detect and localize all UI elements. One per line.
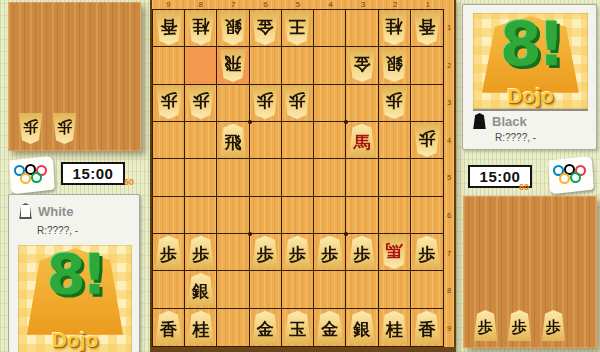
square-61[interactable]: 金: [250, 10, 282, 47]
piece-glyph: 銀: [225, 18, 242, 35]
file-label-3: 3: [347, 0, 379, 9]
logo-name: Dojo: [18, 328, 132, 352]
piece-glyph: 歩: [478, 320, 493, 335]
square-88[interactable]: 銀: [185, 271, 217, 308]
square-76[interactable]: [217, 197, 249, 234]
white-hand-pieces: 歩歩: [18, 113, 77, 144]
square-49[interactable]: 金: [314, 309, 346, 346]
piece-glyph: 歩: [192, 246, 209, 263]
square-31[interactable]: [346, 10, 378, 47]
rank-labels: 123456789: [444, 9, 454, 347]
rank-label-5: 5: [444, 159, 454, 197]
black-player-rating: R:????, -: [495, 132, 536, 143]
logo-number: 8!: [473, 13, 588, 79]
white-player-card: White R:????, - 8! Dojo: [8, 194, 140, 352]
white-clock-time: 15:00: [73, 165, 114, 182]
black-clock-time: 15:00: [480, 168, 521, 185]
piece-glyph: 歩: [257, 246, 274, 263]
file-label-6: 6: [249, 0, 281, 9]
square-39[interactable]: 銀: [346, 309, 378, 346]
square-18[interactable]: [411, 271, 443, 308]
shogi-board: 987654321 香桂銀金王桂香飛金銀歩歩歩歩歩飛馬歩歩歩歩歩歩歩馬歩銀香桂金…: [150, 0, 456, 352]
piece-glyph: 歩: [512, 320, 527, 335]
olympic-rings-icon: [10, 158, 54, 192]
piece-glyph: 馬: [353, 134, 370, 151]
piece-飛[interactable]: 飛: [219, 49, 247, 82]
piece-銀[interactable]: 銀: [348, 311, 376, 344]
piece-glyph: 歩: [57, 119, 72, 134]
piece-glyph: 歩: [289, 246, 306, 263]
square-29[interactable]: 桂: [379, 309, 411, 346]
file-label-5: 5: [282, 0, 314, 9]
rank-label-4: 4: [444, 122, 454, 160]
piece-銀[interactable]: 銀: [219, 12, 247, 45]
square-21[interactable]: 桂: [379, 10, 411, 47]
black-byoyomi: 60: [519, 182, 529, 192]
piece-glyph: 金: [353, 55, 370, 72]
square-58[interactable]: [282, 271, 314, 308]
square-93[interactable]: 歩: [153, 85, 185, 122]
file-label-4: 4: [314, 0, 346, 9]
piece-glyph: 桂: [192, 321, 209, 338]
piece-glyph: 王: [289, 18, 306, 35]
square-14[interactable]: 歩: [411, 122, 443, 159]
square-64[interactable]: [250, 122, 282, 159]
piece-香[interactable]: 香: [413, 311, 441, 344]
piece-glyph: 飛: [225, 55, 242, 72]
square-36[interactable]: [346, 197, 378, 234]
rank-label-8: 8: [444, 272, 454, 310]
piece-glyph: 飛: [225, 134, 242, 151]
square-34[interactable]: 馬: [346, 122, 378, 159]
piece-glyph: 歩: [386, 92, 403, 109]
piece-金[interactable]: 金: [316, 311, 344, 344]
file-label-2: 2: [379, 0, 411, 9]
square-81[interactable]: 桂: [185, 10, 217, 47]
square-67[interactable]: 歩: [250, 234, 282, 271]
piece-歩[interactable]: 歩: [251, 236, 279, 269]
file-label-1: 1: [412, 0, 444, 9]
square-53[interactable]: 歩: [282, 85, 314, 122]
piece-飛[interactable]: 飛: [219, 124, 247, 157]
white-player-name: White: [38, 204, 73, 219]
piece-歩[interactable]: 歩: [52, 113, 77, 144]
piece-glyph: 歩: [353, 246, 370, 263]
white-player-rating: R:????, -: [37, 225, 78, 236]
square-82[interactable]: [185, 47, 217, 84]
olympic-ring-yellow: [559, 173, 570, 184]
square-94[interactable]: [153, 122, 185, 159]
piece-玉[interactable]: 玉: [283, 311, 311, 344]
piece-glyph: 玉: [289, 321, 306, 338]
piece-金[interactable]: 金: [251, 12, 279, 45]
square-23[interactable]: 歩: [379, 85, 411, 122]
square-48[interactable]: [314, 271, 346, 308]
rank-label-1: 1: [444, 9, 454, 47]
piece-glyph: 歩: [23, 119, 38, 134]
piece-glyph: 馬: [386, 242, 403, 259]
piece-歩[interactable]: 歩: [155, 236, 183, 269]
square-84[interactable]: [185, 122, 217, 159]
board-grid: 香桂銀金王桂香飛金銀歩歩歩歩歩飛馬歩歩歩歩歩歩歩馬歩銀香桂金玉金銀桂香: [152, 9, 444, 347]
square-65[interactable]: [250, 159, 282, 196]
square-28[interactable]: [379, 271, 411, 308]
black-captured-tray: 歩歩歩: [463, 196, 597, 348]
piece-glyph: 歩: [257, 92, 274, 109]
piece-glyph: 歩: [418, 130, 435, 147]
piece-glyph: 香: [418, 321, 435, 338]
piece-歩[interactable]: 歩: [155, 86, 183, 119]
piece-歩[interactable]: 歩: [283, 236, 311, 269]
square-71[interactable]: 銀: [217, 10, 249, 47]
piece-香[interactable]: 香: [155, 12, 183, 45]
square-27[interactable]: 馬: [379, 234, 411, 271]
square-24[interactable]: [379, 122, 411, 159]
piece-桂[interactable]: 桂: [380, 12, 408, 45]
piece-歩[interactable]: 歩: [283, 86, 311, 119]
file-label-7: 7: [217, 0, 249, 9]
piece-歩[interactable]: 歩: [187, 86, 215, 119]
white-captured-tray: 歩歩: [8, 2, 141, 151]
square-51[interactable]: 王: [282, 10, 314, 47]
piece-glyph: 歩: [546, 320, 561, 335]
square-59[interactable]: 玉: [282, 309, 314, 346]
piece-glyph: 香: [418, 18, 435, 35]
square-95[interactable]: [153, 159, 185, 196]
olympic-rings-icon: [549, 158, 593, 192]
square-75[interactable]: [217, 159, 249, 196]
square-52[interactable]: [282, 47, 314, 84]
piece-glyph: 香: [160, 321, 177, 338]
square-32[interactable]: 金: [346, 47, 378, 84]
piece-glyph: 桂: [192, 18, 209, 35]
piece-glyph: 歩: [418, 246, 435, 263]
square-42[interactable]: [314, 47, 346, 84]
square-15[interactable]: [411, 159, 443, 196]
piece-金[interactable]: 金: [348, 49, 376, 82]
piece-glyph: 桂: [386, 18, 403, 35]
piece-glyph: 桂: [386, 321, 403, 338]
piece-桂[interactable]: 桂: [187, 311, 215, 344]
piece-glyph: 銀: [386, 55, 403, 72]
square-63[interactable]: 歩: [250, 85, 282, 122]
piece-glyph: 歩: [321, 246, 338, 263]
black-player-name: Black: [492, 114, 527, 129]
square-35[interactable]: [346, 159, 378, 196]
square-22[interactable]: 銀: [379, 47, 411, 84]
piece-歩[interactable]: 歩: [348, 236, 376, 269]
square-91[interactable]: 香: [153, 10, 185, 47]
piece-glyph: 香: [160, 18, 177, 35]
square-92[interactable]: [153, 47, 185, 84]
piece-銀[interactable]: 銀: [187, 273, 215, 306]
square-98[interactable]: [153, 271, 185, 308]
square-38[interactable]: [346, 271, 378, 308]
white-piece-icon: [19, 203, 32, 219]
piece-glyph: 銀: [192, 283, 209, 300]
square-78[interactable]: [217, 271, 249, 308]
square-13[interactable]: [411, 85, 443, 122]
square-57[interactable]: 歩: [282, 234, 314, 271]
square-33[interactable]: [346, 85, 378, 122]
square-97[interactable]: 歩: [153, 234, 185, 271]
square-12[interactable]: [411, 47, 443, 84]
piece-銀[interactable]: 銀: [380, 49, 408, 82]
dojo-logo: 8! Dojo: [18, 245, 132, 352]
board-bottom-edge: [150, 347, 456, 352]
square-83[interactable]: 歩: [185, 85, 217, 122]
square-25[interactable]: [379, 159, 411, 196]
piece-金[interactable]: 金: [251, 311, 279, 344]
square-41[interactable]: [314, 10, 346, 47]
square-56[interactable]: [282, 197, 314, 234]
rank-label-9: 9: [444, 309, 454, 347]
square-44[interactable]: [314, 122, 346, 159]
square-46[interactable]: [314, 197, 346, 234]
square-79[interactable]: [217, 309, 249, 346]
piece-歩[interactable]: 歩: [413, 236, 441, 269]
piece-香[interactable]: 香: [413, 12, 441, 45]
piece-歩[interactable]: 歩: [507, 310, 532, 341]
black-hand-pieces: 歩歩歩: [473, 310, 566, 341]
square-69[interactable]: 金: [250, 309, 282, 346]
rank-label-2: 2: [444, 47, 454, 85]
square-45[interactable]: [314, 159, 346, 196]
piece-歩[interactable]: 歩: [413, 124, 441, 157]
olympic-ring-green: [31, 172, 42, 183]
rank-label-3: 3: [444, 84, 454, 122]
piece-歩[interactable]: 歩: [18, 113, 43, 144]
square-77[interactable]: [217, 234, 249, 271]
logo-number: 8!: [18, 245, 132, 306]
piece-glyph: 歩: [192, 92, 209, 109]
square-11[interactable]: 香: [411, 10, 443, 47]
square-54[interactable]: [282, 122, 314, 159]
piece-歩[interactable]: 歩: [473, 310, 498, 341]
olympic-ring-yellow: [20, 173, 31, 184]
file-labels: 987654321: [152, 0, 444, 9]
white-byoyomi: 60: [124, 177, 134, 187]
square-43[interactable]: [314, 85, 346, 122]
rank-label-7: 7: [444, 234, 454, 272]
piece-馬[interactable]: 馬: [380, 236, 408, 269]
square-99[interactable]: 香: [153, 309, 185, 346]
square-85[interactable]: [185, 159, 217, 196]
piece-歩[interactable]: 歩: [316, 236, 344, 269]
piece-桂[interactable]: 桂: [187, 12, 215, 45]
square-74[interactable]: 飛: [217, 122, 249, 159]
file-label-8: 8: [184, 0, 216, 9]
square-37[interactable]: 歩: [346, 234, 378, 271]
logo-name: Dojo: [473, 84, 588, 108]
square-66[interactable]: [250, 197, 282, 234]
square-62[interactable]: [250, 47, 282, 84]
rank-label-6: 6: [444, 197, 454, 235]
piece-馬[interactable]: 馬: [348, 124, 376, 157]
square-72[interactable]: 飛: [217, 47, 249, 84]
square-19[interactable]: 香: [411, 309, 443, 346]
piece-glyph: 歩: [160, 92, 177, 109]
file-label-9: 9: [152, 0, 184, 9]
piece-glyph: 金: [257, 321, 274, 338]
piece-glyph: 金: [257, 18, 274, 35]
piece-香[interactable]: 香: [155, 311, 183, 344]
square-26[interactable]: [379, 197, 411, 234]
olympic-ring-green: [570, 172, 581, 183]
square-86[interactable]: [185, 197, 217, 234]
piece-glyph: 銀: [353, 321, 370, 338]
piece-歩[interactable]: 歩: [380, 86, 408, 119]
piece-glyph: 歩: [289, 92, 306, 109]
square-89[interactable]: 桂: [185, 309, 217, 346]
piece-歩[interactable]: 歩: [251, 86, 279, 119]
square-55[interactable]: [282, 159, 314, 196]
piece-glyph: 歩: [160, 246, 177, 263]
black-clock: 15:00 60: [468, 165, 532, 188]
square-87[interactable]: 歩: [185, 234, 217, 271]
square-73[interactable]: [217, 85, 249, 122]
square-68[interactable]: [250, 271, 282, 308]
dojo-logo: 8! Dojo: [473, 13, 588, 111]
square-17[interactable]: 歩: [411, 234, 443, 271]
piece-桂[interactable]: 桂: [380, 311, 408, 344]
black-player-row: Black: [473, 113, 527, 129]
piece-glyph: 金: [321, 321, 338, 338]
white-player-row: White: [19, 203, 73, 219]
square-47[interactable]: 歩: [314, 234, 346, 271]
black-piece-icon: [473, 113, 486, 129]
piece-歩[interactable]: 歩: [541, 310, 566, 341]
white-clock: 15:00 60: [61, 162, 125, 185]
piece-王[interactable]: 王: [283, 12, 311, 45]
square-16[interactable]: [411, 197, 443, 234]
piece-歩[interactable]: 歩: [187, 236, 215, 269]
square-96[interactable]: [153, 197, 185, 234]
black-player-card: 8! Dojo Black R:????, -: [462, 4, 597, 150]
